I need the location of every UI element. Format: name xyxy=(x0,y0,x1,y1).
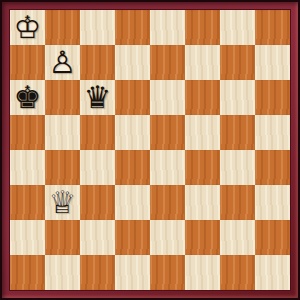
square-e4[interactable] xyxy=(150,150,185,185)
square-d3[interactable] xyxy=(115,185,150,220)
square-b4[interactable] xyxy=(45,150,80,185)
square-c2[interactable] xyxy=(80,220,115,255)
black-king[interactable]: ♚ xyxy=(10,80,45,115)
square-g8[interactable] xyxy=(220,10,255,45)
square-f5[interactable] xyxy=(185,115,220,150)
square-c8[interactable] xyxy=(80,10,115,45)
square-h5[interactable] xyxy=(255,115,290,150)
square-b8[interactable] xyxy=(45,10,80,45)
square-d5[interactable] xyxy=(115,115,150,150)
square-f4[interactable] xyxy=(185,150,220,185)
square-g7[interactable] xyxy=(220,45,255,80)
square-g1[interactable] xyxy=(220,255,255,290)
square-e5[interactable] xyxy=(150,115,185,150)
square-a2[interactable] xyxy=(10,220,45,255)
square-e1[interactable] xyxy=(150,255,185,290)
square-d1[interactable] xyxy=(115,255,150,290)
square-f7[interactable] xyxy=(185,45,220,80)
square-b2[interactable] xyxy=(45,220,80,255)
square-d4[interactable] xyxy=(115,150,150,185)
chess-board: ♚♔♟♙♚♛♛♕ xyxy=(10,10,290,290)
square-h4[interactable] xyxy=(255,150,290,185)
square-h1[interactable] xyxy=(255,255,290,290)
square-f8[interactable] xyxy=(185,10,220,45)
square-a3[interactable] xyxy=(10,185,45,220)
square-d8[interactable] xyxy=(115,10,150,45)
square-b3[interactable]: ♛♕ xyxy=(45,185,80,220)
square-c3[interactable] xyxy=(80,185,115,220)
square-f3[interactable] xyxy=(185,185,220,220)
square-h2[interactable] xyxy=(255,220,290,255)
square-b7[interactable]: ♟♙ xyxy=(45,45,80,80)
square-c4[interactable] xyxy=(80,150,115,185)
square-c7[interactable] xyxy=(80,45,115,80)
square-e6[interactable] xyxy=(150,80,185,115)
square-h3[interactable] xyxy=(255,185,290,220)
white-queen[interactable]: ♕ xyxy=(45,185,80,220)
square-h7[interactable] xyxy=(255,45,290,80)
square-d7[interactable] xyxy=(115,45,150,80)
square-g3[interactable] xyxy=(220,185,255,220)
square-g5[interactable] xyxy=(220,115,255,150)
square-a7[interactable] xyxy=(10,45,45,80)
square-g6[interactable] xyxy=(220,80,255,115)
square-h8[interactable] xyxy=(255,10,290,45)
square-c6[interactable]: ♛ xyxy=(80,80,115,115)
square-b1[interactable] xyxy=(45,255,80,290)
square-e8[interactable] xyxy=(150,10,185,45)
square-e3[interactable] xyxy=(150,185,185,220)
square-f2[interactable] xyxy=(185,220,220,255)
square-g2[interactable] xyxy=(220,220,255,255)
board-frame: ♚♔♟♙♚♛♛♕ xyxy=(0,0,300,300)
square-a6[interactable]: ♚ xyxy=(10,80,45,115)
white-pawn[interactable]: ♙ xyxy=(45,45,80,80)
square-h6[interactable] xyxy=(255,80,290,115)
square-d6[interactable] xyxy=(115,80,150,115)
white-king[interactable]: ♔ xyxy=(10,10,45,45)
square-c1[interactable] xyxy=(80,255,115,290)
square-b5[interactable] xyxy=(45,115,80,150)
square-a5[interactable] xyxy=(10,115,45,150)
square-f1[interactable] xyxy=(185,255,220,290)
square-c5[interactable] xyxy=(80,115,115,150)
square-a8[interactable]: ♚♔ xyxy=(10,10,45,45)
square-e7[interactable] xyxy=(150,45,185,80)
square-e2[interactable] xyxy=(150,220,185,255)
black-queen[interactable]: ♛ xyxy=(80,80,115,115)
square-g4[interactable] xyxy=(220,150,255,185)
square-f6[interactable] xyxy=(185,80,220,115)
square-b6[interactable] xyxy=(45,80,80,115)
square-a4[interactable] xyxy=(10,150,45,185)
square-a1[interactable] xyxy=(10,255,45,290)
square-d2[interactable] xyxy=(115,220,150,255)
